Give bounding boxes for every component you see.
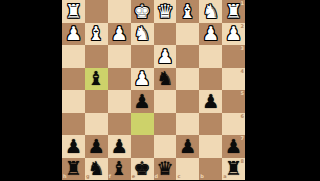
piece-white-rook: ♜ bbox=[65, 1, 82, 20]
piece-black-king: ♚ bbox=[134, 159, 151, 178]
square-a2[interactable]: ♟2 bbox=[222, 23, 245, 46]
file-label-b: b bbox=[200, 174, 204, 179]
piece-white-queen: ♛ bbox=[156, 1, 173, 20]
square-c5[interactable] bbox=[176, 90, 199, 113]
file-label-a: a bbox=[223, 174, 226, 179]
square-e7[interactable] bbox=[131, 135, 154, 158]
square-f1[interactable] bbox=[108, 0, 131, 23]
piece-white-pawn: ♟ bbox=[134, 69, 151, 88]
piece-white-rook: ♜ bbox=[225, 1, 242, 20]
square-d4[interactable]: ♞ bbox=[154, 68, 177, 91]
square-b5[interactable]: ♟ bbox=[199, 90, 222, 113]
piece-black-pawn: ♟ bbox=[179, 136, 196, 155]
rank-label-5: 5 bbox=[241, 91, 244, 96]
square-h7[interactable]: ♟ bbox=[62, 135, 85, 158]
square-g2[interactable]: ♝ bbox=[85, 23, 108, 46]
square-d1[interactable]: ♛ bbox=[154, 0, 177, 23]
square-c1[interactable]: ♝ bbox=[176, 0, 199, 23]
square-f7[interactable]: ♟ bbox=[108, 135, 131, 158]
square-h3[interactable] bbox=[62, 45, 85, 68]
piece-white-pawn: ♟ bbox=[202, 24, 219, 43]
piece-black-pawn: ♟ bbox=[134, 91, 151, 110]
square-e2[interactable]: ♞ bbox=[131, 23, 154, 46]
square-a8[interactable]: ♜8a bbox=[222, 158, 245, 181]
piece-black-pawn: ♟ bbox=[202, 91, 219, 110]
file-label-g: g bbox=[86, 174, 90, 179]
square-d6[interactable] bbox=[154, 113, 177, 136]
file-label-f: f bbox=[109, 174, 111, 179]
rank-label-3: 3 bbox=[241, 46, 244, 51]
square-f8[interactable]: ♝f bbox=[108, 158, 131, 181]
square-f5[interactable] bbox=[108, 90, 131, 113]
piece-white-knight: ♞ bbox=[134, 24, 151, 43]
piece-black-rook: ♜ bbox=[65, 159, 82, 178]
square-a1[interactable]: ♜1 bbox=[222, 0, 245, 23]
square-g4[interactable]: ♝ bbox=[85, 68, 108, 91]
piece-black-pawn: ♟ bbox=[111, 136, 128, 155]
square-f4[interactable] bbox=[108, 68, 131, 91]
piece-white-knight: ♞ bbox=[202, 1, 219, 20]
square-h6[interactable] bbox=[62, 113, 85, 136]
piece-black-bishop: ♝ bbox=[88, 69, 105, 88]
square-c3[interactable] bbox=[176, 45, 199, 68]
piece-white-bishop: ♝ bbox=[88, 24, 105, 43]
square-d3[interactable]: ♟ bbox=[154, 45, 177, 68]
file-label-h: h bbox=[63, 174, 67, 179]
piece-black-knight: ♞ bbox=[156, 69, 173, 88]
chess-app-canvas: ♜♚♛♝♞♜1♟♝♟♞♟♟2♟3♝♟♞4♟♟56♟♟♟♟♟7♜h♞g♝f♚e♛d… bbox=[0, 0, 320, 180]
square-b2[interactable]: ♟ bbox=[199, 23, 222, 46]
piece-black-pawn: ♟ bbox=[225, 136, 242, 155]
square-c4[interactable] bbox=[176, 68, 199, 91]
piece-black-pawn: ♟ bbox=[65, 136, 82, 155]
square-e3[interactable] bbox=[131, 45, 154, 68]
square-g8[interactable]: ♞g bbox=[85, 158, 108, 181]
rank-label-8: 8 bbox=[241, 159, 244, 164]
piece-black-knight: ♞ bbox=[88, 159, 105, 178]
square-e1[interactable]: ♚ bbox=[131, 0, 154, 23]
square-c7[interactable]: ♟ bbox=[176, 135, 199, 158]
square-g7[interactable]: ♟ bbox=[85, 135, 108, 158]
square-c8[interactable]: c bbox=[176, 158, 199, 181]
square-c2[interactable] bbox=[176, 23, 199, 46]
square-g1[interactable] bbox=[85, 0, 108, 23]
square-e8[interactable]: ♚e bbox=[131, 158, 154, 181]
piece-black-pawn: ♟ bbox=[88, 136, 105, 155]
chess-board: ♜♚♛♝♞♜1♟♝♟♞♟♟2♟3♝♟♞4♟♟56♟♟♟♟♟7♜h♞g♝f♚e♛d… bbox=[62, 0, 245, 180]
square-b4[interactable] bbox=[199, 68, 222, 91]
square-g5[interactable] bbox=[85, 90, 108, 113]
piece-white-pawn: ♟ bbox=[65, 24, 82, 43]
piece-white-pawn: ♟ bbox=[111, 24, 128, 43]
square-b8[interactable]: b bbox=[199, 158, 222, 181]
square-f3[interactable] bbox=[108, 45, 131, 68]
file-label-d: d bbox=[155, 174, 159, 179]
square-e5[interactable]: ♟ bbox=[131, 90, 154, 113]
square-d8[interactable]: ♛d bbox=[154, 158, 177, 181]
square-c6[interactable] bbox=[176, 113, 199, 136]
square-a3[interactable]: 3 bbox=[222, 45, 245, 68]
square-d5[interactable] bbox=[154, 90, 177, 113]
square-a4[interactable]: 4 bbox=[222, 68, 245, 91]
piece-white-bishop: ♝ bbox=[179, 1, 196, 20]
piece-white-king: ♚ bbox=[134, 1, 151, 20]
square-a7[interactable]: ♟7 bbox=[222, 135, 245, 158]
square-e6[interactable] bbox=[131, 113, 154, 136]
piece-black-rook: ♜ bbox=[225, 159, 242, 178]
piece-white-pawn: ♟ bbox=[225, 24, 242, 43]
square-a5[interactable]: 5 bbox=[222, 90, 245, 113]
square-g6[interactable] bbox=[85, 113, 108, 136]
file-label-c: c bbox=[177, 174, 180, 179]
square-b6[interactable] bbox=[199, 113, 222, 136]
square-h1[interactable]: ♜ bbox=[62, 0, 85, 23]
square-h4[interactable] bbox=[62, 68, 85, 91]
square-h5[interactable] bbox=[62, 90, 85, 113]
rank-label-4: 4 bbox=[241, 69, 244, 74]
square-g3[interactable] bbox=[85, 45, 108, 68]
square-a6[interactable]: 6 bbox=[222, 113, 245, 136]
square-e4[interactable]: ♟ bbox=[131, 68, 154, 91]
piece-black-bishop: ♝ bbox=[111, 159, 128, 178]
square-b7[interactable] bbox=[199, 135, 222, 158]
rank-label-1: 1 bbox=[241, 1, 244, 6]
square-h8[interactable]: ♜h bbox=[62, 158, 85, 181]
file-label-e: e bbox=[132, 174, 135, 179]
square-h2[interactable]: ♟ bbox=[62, 23, 85, 46]
square-b1[interactable]: ♞ bbox=[199, 0, 222, 23]
piece-black-queen: ♛ bbox=[156, 159, 173, 178]
square-f6[interactable] bbox=[108, 113, 131, 136]
square-d7[interactable] bbox=[154, 135, 177, 158]
rank-label-2: 2 bbox=[241, 24, 244, 29]
rank-label-7: 7 bbox=[241, 136, 244, 141]
square-d2[interactable] bbox=[154, 23, 177, 46]
square-f2[interactable]: ♟ bbox=[108, 23, 131, 46]
piece-white-pawn: ♟ bbox=[156, 46, 173, 65]
square-b3[interactable] bbox=[199, 45, 222, 68]
rank-label-6: 6 bbox=[241, 114, 244, 119]
